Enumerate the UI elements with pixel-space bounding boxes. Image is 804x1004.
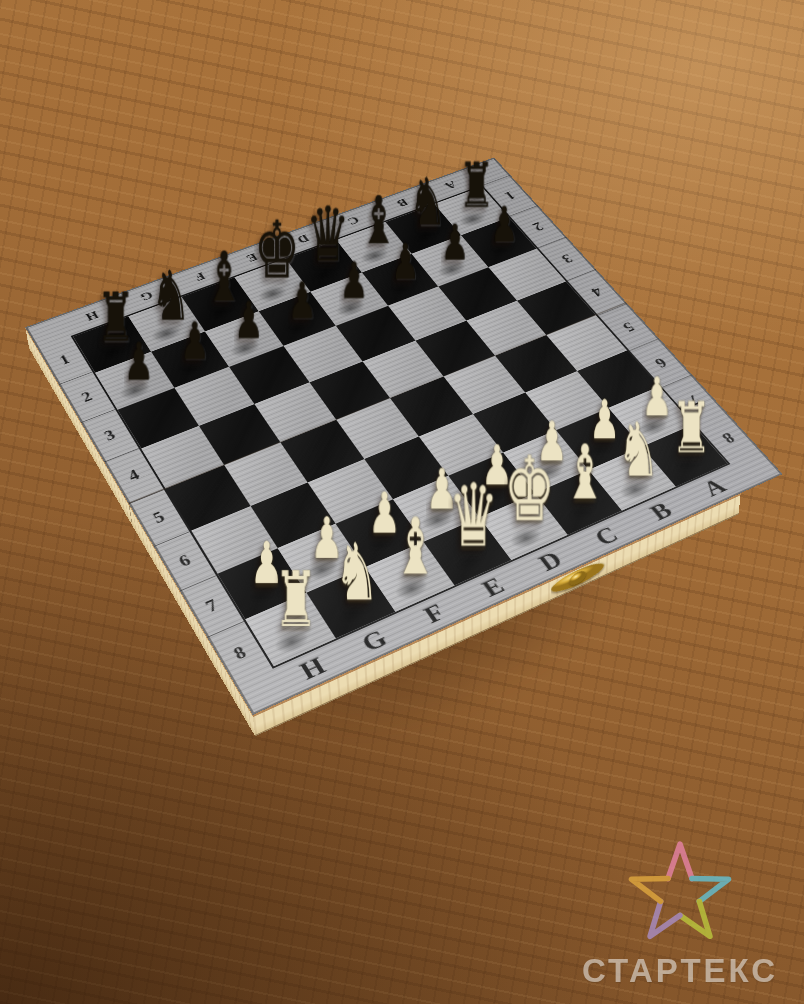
- watermark-text: СТАРТЕКС: [560, 952, 800, 990]
- piece-black-pawn: ♟: [234, 294, 264, 345]
- piece-white-bishop: ♝: [563, 435, 607, 510]
- piece-black-pawn: ♟: [179, 315, 209, 367]
- piece-black-pawn: ♟: [287, 275, 316, 326]
- piece-white-rook: ♜: [671, 393, 712, 463]
- piece-white-knight: ♞: [334, 532, 380, 611]
- piece-white-rook: ♜: [274, 562, 318, 638]
- product-photo-stage: HGFEDCBA HGFEDCBA 12345678 12345678 ♜♞♝♚…: [0, 0, 804, 1004]
- piece-white-queen: ♛: [448, 472, 498, 559]
- piece-black-pawn: ♟: [124, 335, 154, 387]
- piece-white-bishop: ♝: [393, 507, 438, 585]
- piece-black-pawn: ♟: [441, 218, 469, 267]
- gold-clasp-knob: [569, 569, 586, 588]
- piece-black-pawn: ♟: [391, 236, 420, 286]
- watermark: СТАРТЕКС: [560, 840, 800, 990]
- chess-grid-8x8: ♜♞♝♚♛♝♞♜♟♟♟♟♟♟♟♟♟♟♟♟♟♟♟♟♜♞♝♛♚♝♞♜: [71, 185, 731, 669]
- watermark-star-icon: [624, 840, 736, 944]
- chess-board-box-top: HGFEDCBA HGFEDCBA 12345678 12345678 ♜♞♝♚…: [25, 157, 782, 714]
- piece-white-knight: ♞: [617, 412, 660, 486]
- piece-black-pawn: ♟: [339, 255, 368, 305]
- piece-white-king: ♚: [504, 445, 556, 534]
